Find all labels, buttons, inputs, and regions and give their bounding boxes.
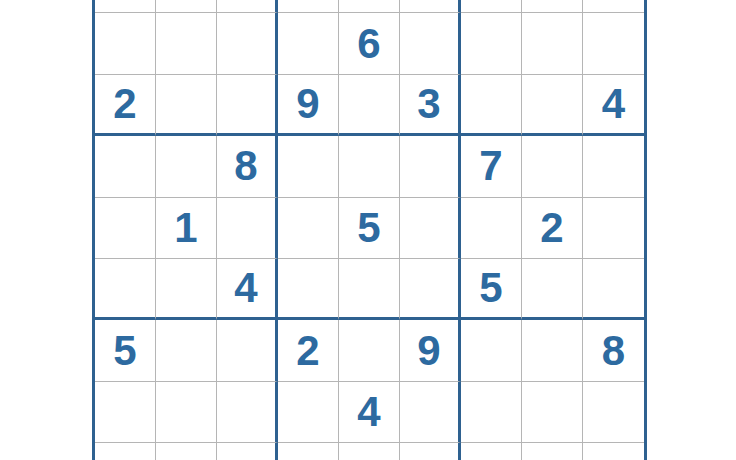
cell-r3c3[interactable]: [217, 75, 278, 136]
cell-r6c5[interactable]: [339, 259, 400, 320]
cell-r2c7[interactable]: [461, 13, 522, 74]
cell-r1c6[interactable]: [400, 0, 461, 13]
cell-r2c3[interactable]: [217, 13, 278, 74]
cell-r1c2[interactable]: [156, 0, 217, 13]
cell-r3c5[interactable]: [339, 75, 400, 136]
cell-r8c5[interactable]: 4: [339, 382, 400, 443]
cell-r3c9[interactable]: 4: [583, 75, 644, 136]
cell-r4c8[interactable]: [522, 136, 583, 197]
cell-r6c7[interactable]: 5: [461, 259, 522, 320]
cell-r4c5[interactable]: [339, 136, 400, 197]
cell-r8c1[interactable]: [95, 382, 156, 443]
cell-r8c9[interactable]: [583, 382, 644, 443]
cell-r3c8[interactable]: [522, 75, 583, 136]
cell-r4c7[interactable]: 7: [461, 136, 522, 197]
cell-r2c8[interactable]: [522, 13, 583, 74]
cell-r4c1[interactable]: [95, 136, 156, 197]
cell-r7c3[interactable]: [217, 320, 278, 381]
cell-r3c7[interactable]: [461, 75, 522, 136]
cell-r1c7[interactable]: [461, 0, 522, 13]
cell-r9c1[interactable]: [95, 443, 156, 460]
cell-r4c6[interactable]: [400, 136, 461, 197]
cell-r7c7[interactable]: [461, 320, 522, 381]
cell-r6c1[interactable]: [95, 259, 156, 320]
cell-r9c8[interactable]: [522, 443, 583, 460]
cell-r3c6[interactable]: 3: [400, 75, 461, 136]
cell-r3c4[interactable]: 9: [278, 75, 339, 136]
cell-r7c1[interactable]: 5: [95, 320, 156, 381]
cell-r6c2[interactable]: [156, 259, 217, 320]
cell-r2c6[interactable]: [400, 13, 461, 74]
cell-r5c8[interactable]: 2: [522, 198, 583, 259]
cell-r7c5[interactable]: [339, 320, 400, 381]
cell-r5c2[interactable]: 1: [156, 198, 217, 259]
cell-r9c3[interactable]: [217, 443, 278, 460]
cell-r7c8[interactable]: [522, 320, 583, 381]
cell-r9c4[interactable]: [278, 443, 339, 460]
cell-r9c9[interactable]: [583, 443, 644, 460]
sudoku-page: 62934871524552984: [0, 0, 736, 460]
cell-r2c4[interactable]: [278, 13, 339, 74]
cell-r8c4[interactable]: [278, 382, 339, 443]
cell-r1c3[interactable]: [217, 0, 278, 13]
cell-r1c9[interactable]: [583, 0, 644, 13]
cell-r3c1[interactable]: 2: [95, 75, 156, 136]
cell-r2c5[interactable]: 6: [339, 13, 400, 74]
cell-r7c2[interactable]: [156, 320, 217, 381]
cell-r5c9[interactable]: [583, 198, 644, 259]
cell-r8c6[interactable]: [400, 382, 461, 443]
cell-r6c9[interactable]: [583, 259, 644, 320]
cell-r7c4[interactable]: 2: [278, 320, 339, 381]
cell-r4c4[interactable]: [278, 136, 339, 197]
cell-r9c2[interactable]: [156, 443, 217, 460]
cell-r2c2[interactable]: [156, 13, 217, 74]
cell-r9c6[interactable]: [400, 443, 461, 460]
cell-r6c3[interactable]: 4: [217, 259, 278, 320]
cell-r5c1[interactable]: [95, 198, 156, 259]
cell-r4c2[interactable]: [156, 136, 217, 197]
cell-r5c6[interactable]: [400, 198, 461, 259]
cell-r5c5[interactable]: 5: [339, 198, 400, 259]
cell-r5c3[interactable]: [217, 198, 278, 259]
cell-r5c7[interactable]: [461, 198, 522, 259]
sudoku-board: 62934871524552984: [92, 0, 647, 460]
cell-r5c4[interactable]: [278, 198, 339, 259]
cell-r9c7[interactable]: [461, 443, 522, 460]
cell-r8c7[interactable]: [461, 382, 522, 443]
cell-r8c3[interactable]: [217, 382, 278, 443]
cell-r2c9[interactable]: [583, 13, 644, 74]
cell-r1c1[interactable]: [95, 0, 156, 13]
cell-r2c1[interactable]: [95, 13, 156, 74]
cell-r8c8[interactable]: [522, 382, 583, 443]
cell-r8c2[interactable]: [156, 382, 217, 443]
cell-r6c8[interactable]: [522, 259, 583, 320]
cell-r1c8[interactable]: [522, 0, 583, 13]
cell-r6c4[interactable]: [278, 259, 339, 320]
cell-r4c9[interactable]: [583, 136, 644, 197]
cell-r6c6[interactable]: [400, 259, 461, 320]
cell-r7c9[interactable]: 8: [583, 320, 644, 381]
cell-r1c4[interactable]: [278, 0, 339, 13]
cell-r7c6[interactable]: 9: [400, 320, 461, 381]
cell-r1c5[interactable]: [339, 0, 400, 13]
cell-r3c2[interactable]: [156, 75, 217, 136]
cell-r9c5[interactable]: [339, 443, 400, 460]
cell-r4c3[interactable]: 8: [217, 136, 278, 197]
